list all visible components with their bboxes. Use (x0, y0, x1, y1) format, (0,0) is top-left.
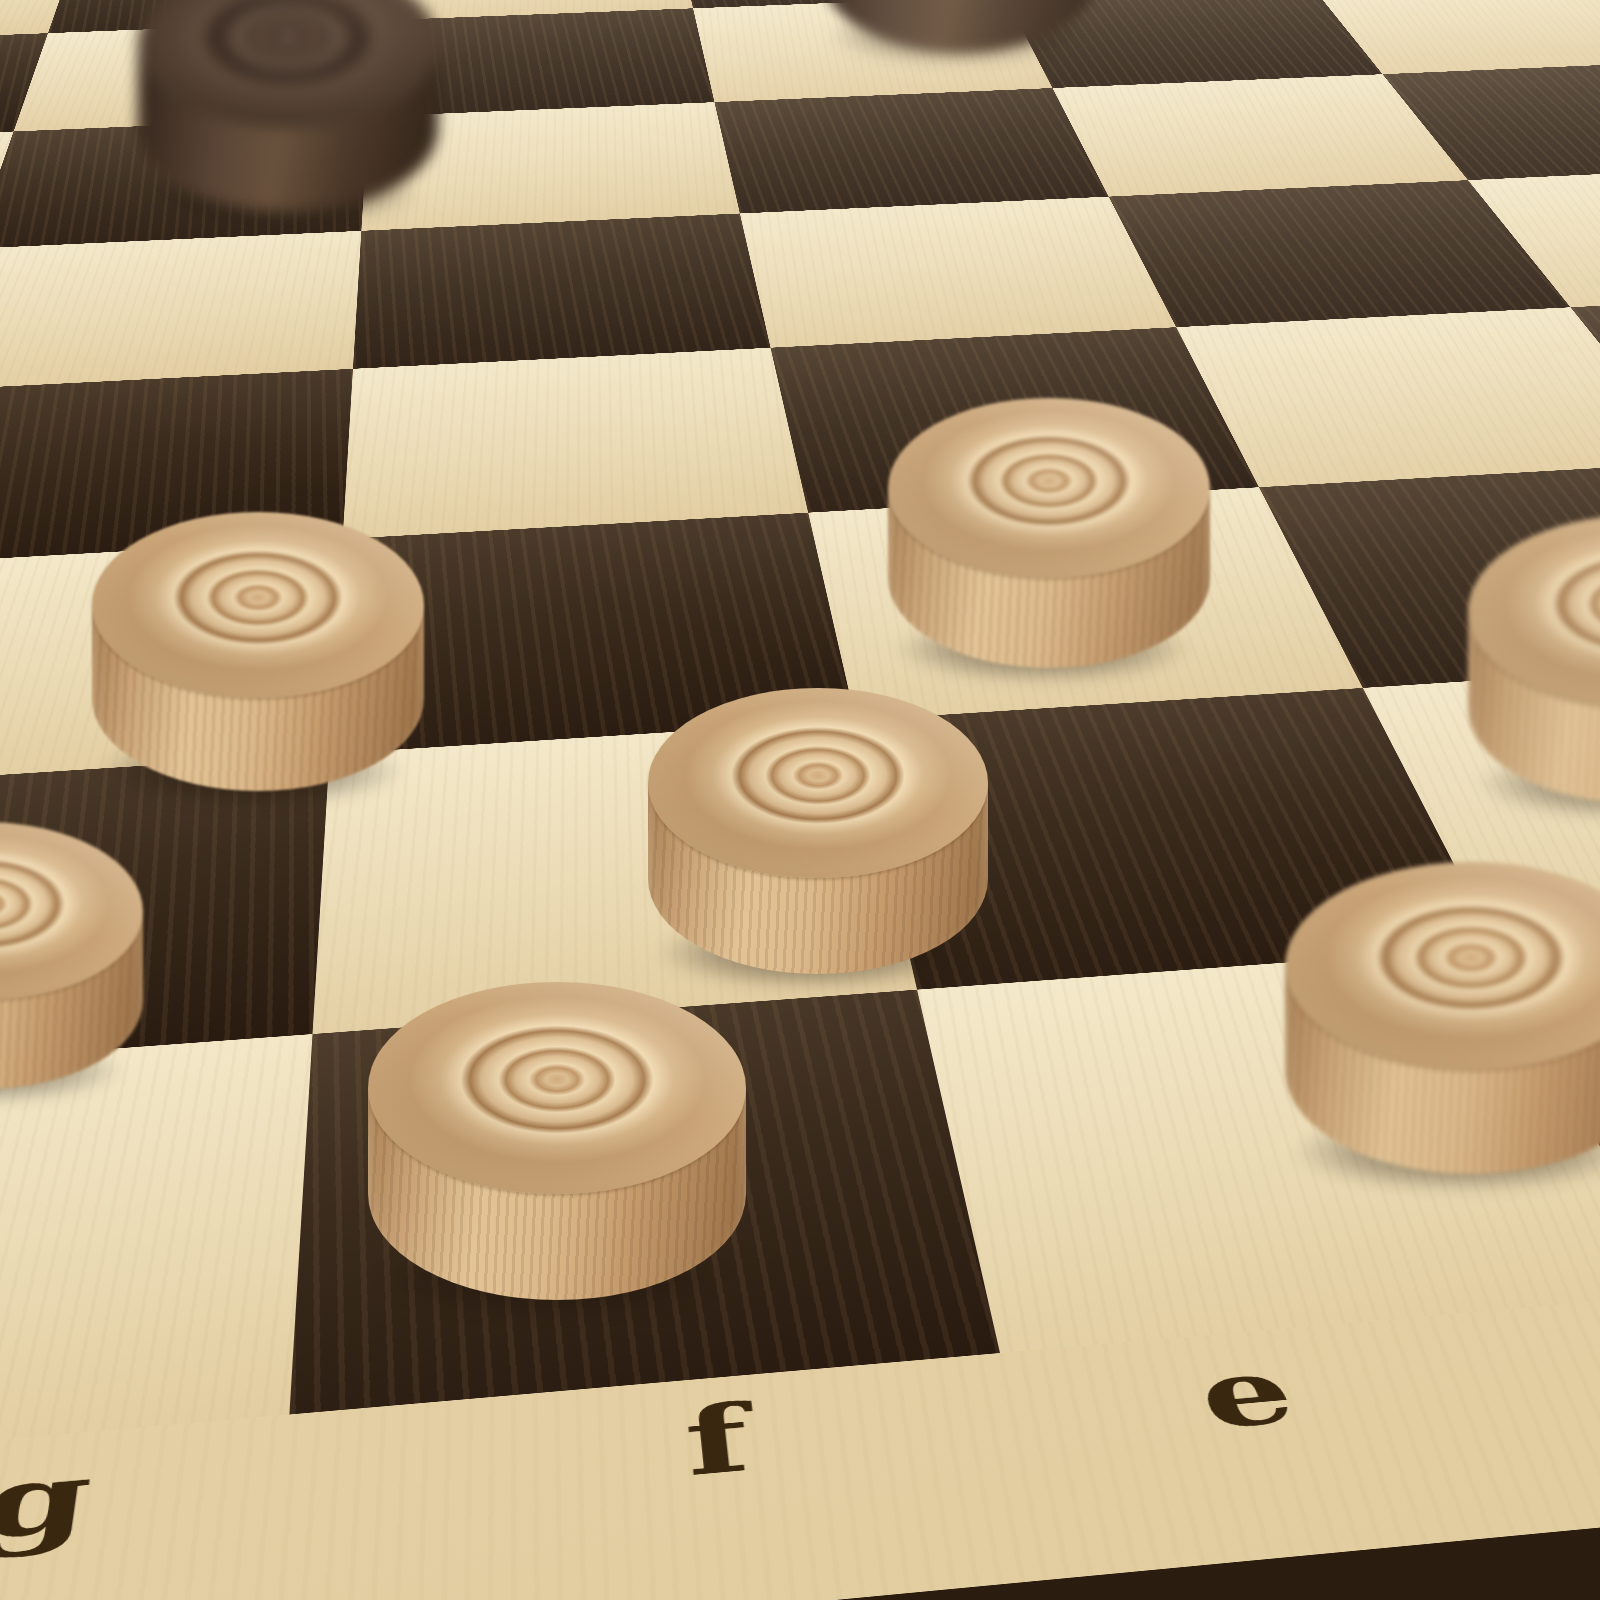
pieces-layer (0, 0, 1600, 1600)
board-photo: hgfedcba (0, 0, 1600, 1600)
light-man-g7[interactable] (0, 822, 143, 1089)
light-man-f6[interactable] (92, 512, 424, 791)
light-piece-top-rings (92, 512, 424, 698)
light-man-f8[interactable] (368, 982, 746, 1300)
light-piece-top-rings (368, 982, 746, 1194)
light-man-e7[interactable] (648, 688, 988, 974)
dark-man-f2[interactable] (822, 0, 1098, 52)
light-man-d8[interactable] (1285, 862, 1600, 1174)
dark-man-g3[interactable] (138, 0, 438, 212)
dark-piece-side (822, 0, 1098, 52)
light-man-d6[interactable] (888, 398, 1210, 668)
light-piece-top-rings (648, 688, 988, 878)
light-piece-top-rings (888, 398, 1210, 578)
light-man-c7[interactable] (1468, 515, 1600, 804)
